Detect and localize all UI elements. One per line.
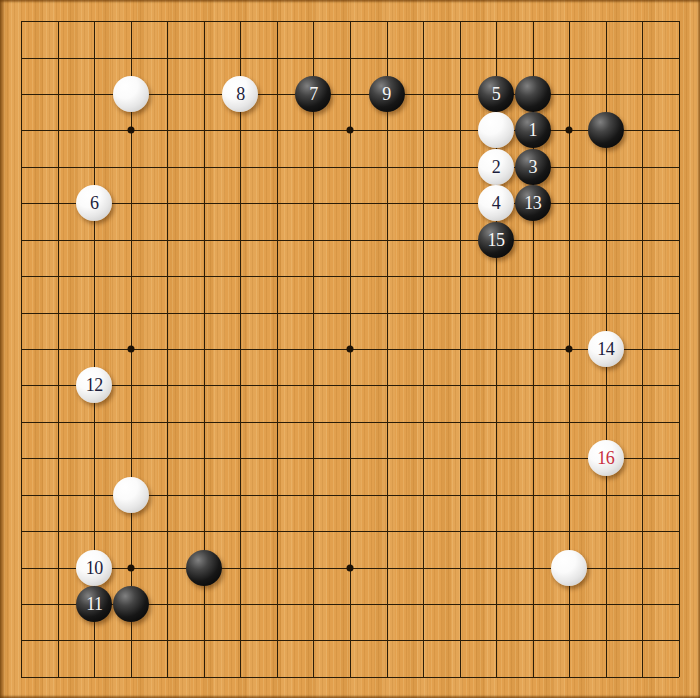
intersection-qo[interactable] <box>587 513 624 549</box>
intersection-nj[interactable] <box>478 331 515 367</box>
intersection-qm[interactable]: 16 <box>587 440 624 476</box>
intersection-em[interactable] <box>149 440 186 476</box>
intersection-rq[interactable] <box>624 586 661 622</box>
intersection-ak[interactable] <box>3 367 40 403</box>
intersection-id[interactable] <box>295 112 332 148</box>
intersection-ji[interactable] <box>332 294 369 330</box>
intersection-al[interactable] <box>3 404 40 440</box>
intersection-nd[interactable] <box>478 112 515 148</box>
intersection-ca[interactable] <box>76 3 113 39</box>
intersection-sf[interactable] <box>660 185 697 221</box>
intersection-cf[interactable]: 6 <box>76 185 113 221</box>
intersection-ih[interactable] <box>295 258 332 294</box>
intersection-dc[interactable] <box>113 76 150 112</box>
intersection-cn[interactable] <box>76 476 113 512</box>
intersection-qn[interactable] <box>587 476 624 512</box>
intersection-gp[interactable] <box>222 549 259 585</box>
intersection-aj[interactable] <box>3 331 40 367</box>
intersection-fm[interactable] <box>186 440 223 476</box>
intersection-mn[interactable] <box>441 476 478 512</box>
intersection-ha[interactable] <box>259 3 296 39</box>
intersection-mp[interactable] <box>441 549 478 585</box>
intersection-nc[interactable]: 5 <box>478 76 515 112</box>
intersection-lj[interactable] <box>405 331 442 367</box>
intersection-bs[interactable] <box>40 659 77 695</box>
intersection-nr[interactable] <box>478 622 515 658</box>
intersection-qp[interactable] <box>587 549 624 585</box>
intersection-fq[interactable] <box>186 586 223 622</box>
intersection-ql[interactable] <box>587 404 624 440</box>
intersection-ch[interactable] <box>76 258 113 294</box>
intersection-lk[interactable] <box>405 367 442 403</box>
intersection-pe[interactable] <box>551 149 588 185</box>
intersection-mr[interactable] <box>441 622 478 658</box>
intersection-kh[interactable] <box>368 258 405 294</box>
intersection-fk[interactable] <box>186 367 223 403</box>
intersection-mo[interactable] <box>441 513 478 549</box>
intersection-pb[interactable] <box>551 39 588 75</box>
intersection-ci[interactable] <box>76 294 113 330</box>
intersection-qe[interactable] <box>587 149 624 185</box>
intersection-hl[interactable] <box>259 404 296 440</box>
intersection-ho[interactable] <box>259 513 296 549</box>
intersection-sl[interactable] <box>660 404 697 440</box>
intersection-sr[interactable] <box>660 622 697 658</box>
intersection-gr[interactable] <box>222 622 259 658</box>
intersection-be[interactable] <box>40 149 77 185</box>
intersection-bq[interactable] <box>40 586 77 622</box>
intersection-gi[interactable] <box>222 294 259 330</box>
intersection-cs[interactable] <box>76 659 113 695</box>
intersection-ph[interactable] <box>551 258 588 294</box>
intersection-kr[interactable] <box>368 622 405 658</box>
intersection-ip[interactable] <box>295 549 332 585</box>
intersection-lg[interactable] <box>405 222 442 258</box>
intersection-sq[interactable] <box>660 586 697 622</box>
intersection-gs[interactable] <box>222 659 259 695</box>
intersection-md[interactable] <box>441 112 478 148</box>
intersection-pc[interactable] <box>551 76 588 112</box>
intersection-ik[interactable] <box>295 367 332 403</box>
intersection-hc[interactable] <box>259 76 296 112</box>
intersection-lq[interactable] <box>405 586 442 622</box>
intersection-ie[interactable] <box>295 149 332 185</box>
intersection-mk[interactable] <box>441 367 478 403</box>
intersection-gk[interactable] <box>222 367 259 403</box>
intersection-ne[interactable]: 2 <box>478 149 515 185</box>
intersection-on[interactable] <box>514 476 551 512</box>
intersection-iq[interactable] <box>295 586 332 622</box>
intersection-pq[interactable] <box>551 586 588 622</box>
intersection-kj[interactable] <box>368 331 405 367</box>
intersection-mg[interactable] <box>441 222 478 258</box>
intersection-lm[interactable] <box>405 440 442 476</box>
intersection-hk[interactable] <box>259 367 296 403</box>
intersection-oa[interactable] <box>514 3 551 39</box>
intersection-dp[interactable] <box>113 549 150 585</box>
intersection-db[interactable] <box>113 39 150 75</box>
intersection-so[interactable] <box>660 513 697 549</box>
intersection-lo[interactable] <box>405 513 442 549</box>
intersection-oi[interactable] <box>514 294 551 330</box>
intersection-ic[interactable]: 7 <box>295 76 332 112</box>
intersection-mj[interactable] <box>441 331 478 367</box>
intersection-qg[interactable] <box>587 222 624 258</box>
intersection-gf[interactable] <box>222 185 259 221</box>
intersection-co[interactable] <box>76 513 113 549</box>
intersection-bf[interactable] <box>40 185 77 221</box>
intersection-kg[interactable] <box>368 222 405 258</box>
intersection-nl[interactable] <box>478 404 515 440</box>
intersection-ia[interactable] <box>295 3 332 39</box>
intersection-fl[interactable] <box>186 404 223 440</box>
intersection-ea[interactable] <box>149 3 186 39</box>
intersection-oo[interactable] <box>514 513 551 549</box>
intersection-ao[interactable] <box>3 513 40 549</box>
intersection-eq[interactable] <box>149 586 186 622</box>
intersection-bj[interactable] <box>40 331 77 367</box>
intersection-ef[interactable] <box>149 185 186 221</box>
intersection-mh[interactable] <box>441 258 478 294</box>
intersection-np[interactable] <box>478 549 515 585</box>
intersection-mf[interactable] <box>441 185 478 221</box>
intersection-ps[interactable] <box>551 659 588 695</box>
intersection-gd[interactable] <box>222 112 259 148</box>
intersection-kq[interactable] <box>368 586 405 622</box>
intersection-op[interactable] <box>514 549 551 585</box>
intersection-fc[interactable] <box>186 76 223 112</box>
intersection-er[interactable] <box>149 622 186 658</box>
intersection-dq[interactable] <box>113 586 150 622</box>
intersection-dj[interactable] <box>113 331 150 367</box>
intersection-ig[interactable] <box>295 222 332 258</box>
intersection-rj[interactable] <box>624 331 661 367</box>
intersection-nb[interactable] <box>478 39 515 75</box>
intersection-af[interactable] <box>3 185 40 221</box>
intersection-hd[interactable] <box>259 112 296 148</box>
intersection-ar[interactable] <box>3 622 40 658</box>
intersection-ro[interactable] <box>624 513 661 549</box>
intersection-sp[interactable] <box>660 549 697 585</box>
intersection-ga[interactable] <box>222 3 259 39</box>
intersection-ln[interactable] <box>405 476 442 512</box>
intersection-fe[interactable] <box>186 149 223 185</box>
intersection-si[interactable] <box>660 294 697 330</box>
intersection-an[interactable] <box>3 476 40 512</box>
intersection-qa[interactable] <box>587 3 624 39</box>
intersection-jg[interactable] <box>332 222 369 258</box>
intersection-gg[interactable] <box>222 222 259 258</box>
intersection-se[interactable] <box>660 149 697 185</box>
intersection-jk[interactable] <box>332 367 369 403</box>
intersection-ec[interactable] <box>149 76 186 112</box>
intersection-bm[interactable] <box>40 440 77 476</box>
intersection-cb[interactable] <box>76 39 113 75</box>
intersection-rd[interactable] <box>624 112 661 148</box>
intersection-ni[interactable] <box>478 294 515 330</box>
intersection-go[interactable] <box>222 513 259 549</box>
intersection-jc[interactable] <box>332 76 369 112</box>
intersection-re[interactable] <box>624 149 661 185</box>
intersection-aq[interactable] <box>3 586 40 622</box>
intersection-po[interactable] <box>551 513 588 549</box>
intersection-ad[interactable] <box>3 112 40 148</box>
intersection-jj[interactable] <box>332 331 369 367</box>
intersection-qq[interactable] <box>587 586 624 622</box>
intersection-rc[interactable] <box>624 76 661 112</box>
intersection-qf[interactable] <box>587 185 624 221</box>
intersection-ll[interactable] <box>405 404 442 440</box>
intersection-ms[interactable] <box>441 659 478 695</box>
intersection-ff[interactable] <box>186 185 223 221</box>
intersection-ee[interactable] <box>149 149 186 185</box>
intersection-sh[interactable] <box>660 258 697 294</box>
intersection-dh[interactable] <box>113 258 150 294</box>
intersection-ke[interactable] <box>368 149 405 185</box>
intersection-cl[interactable] <box>76 404 113 440</box>
intersection-la[interactable] <box>405 3 442 39</box>
intersection-ae[interactable] <box>3 149 40 185</box>
intersection-kk[interactable] <box>368 367 405 403</box>
intersection-qd[interactable] <box>587 112 624 148</box>
intersection-jo[interactable] <box>332 513 369 549</box>
intersection-ii[interactable] <box>295 294 332 330</box>
intersection-sj[interactable] <box>660 331 697 367</box>
intersection-cc[interactable] <box>76 76 113 112</box>
intersection-jf[interactable] <box>332 185 369 221</box>
intersection-of[interactable]: 13 <box>514 185 551 221</box>
intersection-fd[interactable] <box>186 112 223 148</box>
intersection-rr[interactable] <box>624 622 661 658</box>
intersection-jq[interactable] <box>332 586 369 622</box>
intersection-ri[interactable] <box>624 294 661 330</box>
intersection-km[interactable] <box>368 440 405 476</box>
intersection-ah[interactable] <box>3 258 40 294</box>
intersection-am[interactable] <box>3 440 40 476</box>
intersection-gb[interactable] <box>222 39 259 75</box>
intersection-pj[interactable] <box>551 331 588 367</box>
intersection-nh[interactable] <box>478 258 515 294</box>
intersection-cg[interactable] <box>76 222 113 258</box>
intersection-ek[interactable] <box>149 367 186 403</box>
intersection-sa[interactable] <box>660 3 697 39</box>
intersection-kn[interactable] <box>368 476 405 512</box>
intersection-hn[interactable] <box>259 476 296 512</box>
intersection-pp[interactable] <box>551 549 588 585</box>
intersection-fa[interactable] <box>186 3 223 39</box>
intersection-li[interactable] <box>405 294 442 330</box>
intersection-fb[interactable] <box>186 39 223 75</box>
intersection-fs[interactable] <box>186 659 223 695</box>
intersection-ir[interactable] <box>295 622 332 658</box>
intersection-fh[interactable] <box>186 258 223 294</box>
intersection-ai[interactable] <box>3 294 40 330</box>
intersection-dk[interactable] <box>113 367 150 403</box>
intersection-hs[interactable] <box>259 659 296 695</box>
intersection-kb[interactable] <box>368 39 405 75</box>
intersection-dl[interactable] <box>113 404 150 440</box>
intersection-if[interactable] <box>295 185 332 221</box>
intersection-me[interactable] <box>441 149 478 185</box>
intersection-ki[interactable] <box>368 294 405 330</box>
intersection-sg[interactable] <box>660 222 697 258</box>
intersection-mb[interactable] <box>441 39 478 75</box>
intersection-ij[interactable] <box>295 331 332 367</box>
intersection-pr[interactable] <box>551 622 588 658</box>
intersection-ng[interactable]: 15 <box>478 222 515 258</box>
intersection-hi[interactable] <box>259 294 296 330</box>
intersection-df[interactable] <box>113 185 150 221</box>
intersection-gc[interactable]: 8 <box>222 76 259 112</box>
intersection-fn[interactable] <box>186 476 223 512</box>
intersection-jb[interactable] <box>332 39 369 75</box>
intersection-fi[interactable] <box>186 294 223 330</box>
intersection-da[interactable] <box>113 3 150 39</box>
intersection-kp[interactable] <box>368 549 405 585</box>
intersection-lc[interactable] <box>405 76 442 112</box>
intersection-ol[interactable] <box>514 404 551 440</box>
intersection-pk[interactable] <box>551 367 588 403</box>
intersection-or[interactable] <box>514 622 551 658</box>
intersection-bk[interactable] <box>40 367 77 403</box>
intersection-nk[interactable] <box>478 367 515 403</box>
intersection-lb[interactable] <box>405 39 442 75</box>
intersection-mq[interactable] <box>441 586 478 622</box>
intersection-fr[interactable] <box>186 622 223 658</box>
intersection-ra[interactable] <box>624 3 661 39</box>
intersection-ei[interactable] <box>149 294 186 330</box>
intersection-og[interactable] <box>514 222 551 258</box>
intersection-rp[interactable] <box>624 549 661 585</box>
intersection-qs[interactable] <box>587 659 624 695</box>
intersection-ge[interactable] <box>222 149 259 185</box>
intersection-dd[interactable] <box>113 112 150 148</box>
intersection-oq[interactable] <box>514 586 551 622</box>
intersection-kc[interactable]: 9 <box>368 76 405 112</box>
intersection-kl[interactable] <box>368 404 405 440</box>
intersection-bo[interactable] <box>40 513 77 549</box>
intersection-ac[interactable] <box>3 76 40 112</box>
intersection-kf[interactable] <box>368 185 405 221</box>
intersection-in[interactable] <box>295 476 332 512</box>
intersection-dg[interactable] <box>113 222 150 258</box>
intersection-pm[interactable] <box>551 440 588 476</box>
intersection-hf[interactable] <box>259 185 296 221</box>
intersection-bn[interactable] <box>40 476 77 512</box>
intersection-sk[interactable] <box>660 367 697 403</box>
intersection-qi[interactable] <box>587 294 624 330</box>
intersection-cr[interactable] <box>76 622 113 658</box>
intersection-le[interactable] <box>405 149 442 185</box>
intersection-oc[interactable] <box>514 76 551 112</box>
intersection-fp[interactable] <box>186 549 223 585</box>
intersection-lr[interactable] <box>405 622 442 658</box>
intersection-ka[interactable] <box>368 3 405 39</box>
intersection-el[interactable] <box>149 404 186 440</box>
intersection-eo[interactable] <box>149 513 186 549</box>
intersection-js[interactable] <box>332 659 369 695</box>
intersection-pd[interactable] <box>551 112 588 148</box>
intersection-pl[interactable] <box>551 404 588 440</box>
intersection-cp[interactable]: 10 <box>76 549 113 585</box>
intersection-pa[interactable] <box>551 3 588 39</box>
intersection-oj[interactable] <box>514 331 551 367</box>
intersection-rb[interactable] <box>624 39 661 75</box>
intersection-ss[interactable] <box>660 659 697 695</box>
intersection-oh[interactable] <box>514 258 551 294</box>
intersection-hg[interactable] <box>259 222 296 258</box>
intersection-om[interactable] <box>514 440 551 476</box>
intersection-rf[interactable] <box>624 185 661 221</box>
intersection-kd[interactable] <box>368 112 405 148</box>
intersection-qk[interactable] <box>587 367 624 403</box>
intersection-qh[interactable] <box>587 258 624 294</box>
intersection-ls[interactable] <box>405 659 442 695</box>
intersection-rg[interactable] <box>624 222 661 258</box>
intersection-bh[interactable] <box>40 258 77 294</box>
intersection-hp[interactable] <box>259 549 296 585</box>
intersection-hj[interactable] <box>259 331 296 367</box>
intersection-oe[interactable]: 3 <box>514 149 551 185</box>
intersection-jp[interactable] <box>332 549 369 585</box>
intersection-sc[interactable] <box>660 76 697 112</box>
intersection-nf[interactable]: 4 <box>478 185 515 221</box>
intersection-ob[interactable] <box>514 39 551 75</box>
intersection-rm[interactable] <box>624 440 661 476</box>
intersection-gm[interactable] <box>222 440 259 476</box>
intersection-gl[interactable] <box>222 404 259 440</box>
intersection-jh[interactable] <box>332 258 369 294</box>
intersection-bg[interactable] <box>40 222 77 258</box>
intersection-ma[interactable] <box>441 3 478 39</box>
intersection-nm[interactable] <box>478 440 515 476</box>
intersection-fj[interactable] <box>186 331 223 367</box>
intersection-qc[interactable] <box>587 76 624 112</box>
intersection-mc[interactable] <box>441 76 478 112</box>
intersection-pn[interactable] <box>551 476 588 512</box>
intersection-rl[interactable] <box>624 404 661 440</box>
intersection-dm[interactable] <box>113 440 150 476</box>
intersection-no[interactable] <box>478 513 515 549</box>
intersection-dr[interactable] <box>113 622 150 658</box>
intersection-bc[interactable] <box>40 76 77 112</box>
intersection-ba[interactable] <box>40 3 77 39</box>
intersection-bb[interactable] <box>40 39 77 75</box>
intersection-eg[interactable] <box>149 222 186 258</box>
intersection-cj[interactable] <box>76 331 113 367</box>
intersection-pg[interactable] <box>551 222 588 258</box>
intersection-od[interactable]: 1 <box>514 112 551 148</box>
intersection-fg[interactable] <box>186 222 223 258</box>
intersection-ap[interactable] <box>3 549 40 585</box>
intersection-lf[interactable] <box>405 185 442 221</box>
intersection-do[interactable] <box>113 513 150 549</box>
intersection-ej[interactable] <box>149 331 186 367</box>
intersection-na[interactable] <box>478 3 515 39</box>
intersection-qr[interactable] <box>587 622 624 658</box>
intersection-mi[interactable] <box>441 294 478 330</box>
intersection-di[interactable] <box>113 294 150 330</box>
intersection-hq[interactable] <box>259 586 296 622</box>
intersection-ck[interactable]: 12 <box>76 367 113 403</box>
intersection-os[interactable] <box>514 659 551 695</box>
intersection-je[interactable] <box>332 149 369 185</box>
intersection-lh[interactable] <box>405 258 442 294</box>
intersection-cm[interactable] <box>76 440 113 476</box>
intersection-hh[interactable] <box>259 258 296 294</box>
intersection-hb[interactable] <box>259 39 296 75</box>
intersection-nn[interactable] <box>478 476 515 512</box>
